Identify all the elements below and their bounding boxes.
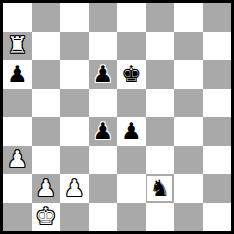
square-e3[interactable] <box>117 146 146 175</box>
square-a2[interactable] <box>3 174 32 203</box>
square-f5[interactable] <box>146 89 175 118</box>
square-h1[interactable] <box>203 203 232 232</box>
square-b4[interactable] <box>32 117 61 146</box>
square-a6[interactable]: ♟ <box>3 60 32 89</box>
square-f2[interactable]: ♞ <box>146 174 175 203</box>
square-d5[interactable] <box>89 89 118 118</box>
square-e4[interactable]: ♟ <box>117 117 146 146</box>
black-knight[interactable]: ♞ <box>147 176 172 201</box>
square-b3[interactable] <box>32 146 61 175</box>
black-king[interactable]: ♚ <box>117 60 146 89</box>
square-c7[interactable] <box>60 32 89 61</box>
square-e1[interactable] <box>117 203 146 232</box>
square-d7[interactable] <box>89 32 118 61</box>
square-f3[interactable] <box>146 146 175 175</box>
square-d6[interactable]: ♟ <box>89 60 118 89</box>
square-h5[interactable] <box>203 89 232 118</box>
square-g5[interactable] <box>174 89 203 118</box>
square-a4[interactable] <box>3 117 32 146</box>
square-b6[interactable] <box>32 60 61 89</box>
white-pawn[interactable]: ♟ <box>3 146 32 175</box>
square-f8[interactable] <box>146 3 175 32</box>
square-b7[interactable] <box>32 32 61 61</box>
square-a7[interactable]: ♜ <box>3 32 32 61</box>
square-h6[interactable] <box>203 60 232 89</box>
square-d8[interactable] <box>89 3 118 32</box>
square-b8[interactable] <box>32 3 61 32</box>
square-g3[interactable] <box>174 146 203 175</box>
square-c4[interactable] <box>60 117 89 146</box>
square-d4[interactable]: ♟ <box>89 117 118 146</box>
black-pawn[interactable]: ♟ <box>117 117 146 146</box>
black-pawn[interactable]: ♟ <box>3 60 32 89</box>
square-a5[interactable] <box>3 89 32 118</box>
square-c8[interactable] <box>60 3 89 32</box>
square-e5[interactable] <box>117 89 146 118</box>
square-d3[interactable] <box>89 146 118 175</box>
square-e6[interactable]: ♚ <box>117 60 146 89</box>
square-a8[interactable] <box>3 3 32 32</box>
square-c2[interactable]: ♟ <box>60 174 89 203</box>
square-b5[interactable] <box>32 89 61 118</box>
square-h7[interactable] <box>203 32 232 61</box>
square-h3[interactable] <box>203 146 232 175</box>
square-c1[interactable] <box>60 203 89 232</box>
square-h2[interactable] <box>203 174 232 203</box>
chess-board: ♜♟♟♚♟♟♟♟♟♞♚ <box>0 0 234 234</box>
square-f7[interactable] <box>146 32 175 61</box>
black-pawn[interactable]: ♟ <box>89 60 118 89</box>
square-h4[interactable] <box>203 117 232 146</box>
square-d2[interactable] <box>89 174 118 203</box>
square-g4[interactable] <box>174 117 203 146</box>
square-a3[interactable]: ♟ <box>3 146 32 175</box>
white-rook[interactable]: ♜ <box>3 32 32 61</box>
square-b2[interactable]: ♟ <box>32 174 61 203</box>
square-e8[interactable] <box>117 3 146 32</box>
square-c6[interactable] <box>60 60 89 89</box>
square-g6[interactable] <box>174 60 203 89</box>
white-king[interactable]: ♚ <box>32 203 61 232</box>
square-g7[interactable] <box>174 32 203 61</box>
square-g1[interactable] <box>174 203 203 232</box>
square-f6[interactable] <box>146 60 175 89</box>
square-e7[interactable] <box>117 32 146 61</box>
square-c3[interactable] <box>60 146 89 175</box>
square-d1[interactable] <box>89 203 118 232</box>
square-b1[interactable]: ♚ <box>32 203 61 232</box>
square-c5[interactable] <box>60 89 89 118</box>
square-f4[interactable] <box>146 117 175 146</box>
square-e2[interactable] <box>117 174 146 203</box>
square-g8[interactable] <box>174 3 203 32</box>
square-g2[interactable] <box>174 174 203 203</box>
black-pawn[interactable]: ♟ <box>89 117 118 146</box>
white-pawn[interactable]: ♟ <box>32 174 61 203</box>
white-pawn[interactable]: ♟ <box>60 174 89 203</box>
square-f1[interactable] <box>146 203 175 232</box>
square-a1[interactable] <box>3 203 32 232</box>
square-h8[interactable] <box>203 3 232 32</box>
